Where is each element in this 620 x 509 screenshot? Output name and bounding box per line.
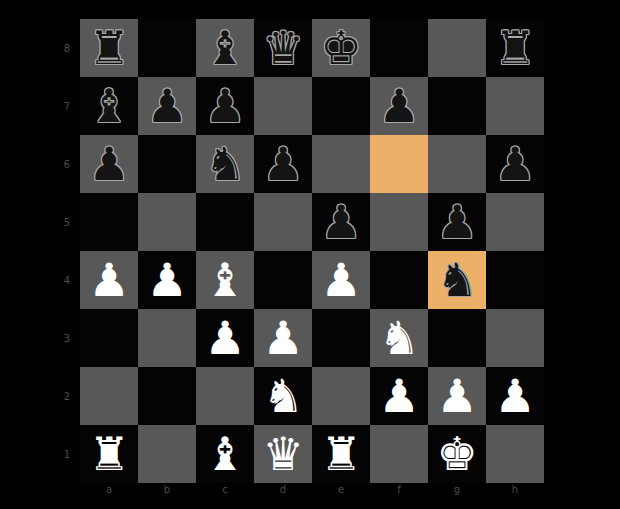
square-f1[interactable] — [370, 425, 428, 483]
square-g4[interactable]: ♞ — [428, 251, 486, 309]
black-bishop-icon[interactable]: ♝ — [88, 77, 129, 135]
square-d3[interactable]: ♟ — [254, 309, 312, 367]
square-d8[interactable]: ♛ — [254, 19, 312, 77]
black-pawn-icon[interactable]: ♟ — [88, 135, 129, 193]
square-a4[interactable]: ♟ — [80, 251, 138, 309]
square-e7[interactable] — [312, 77, 370, 135]
square-f8[interactable] — [370, 19, 428, 77]
square-c4[interactable]: ♝ — [196, 251, 254, 309]
square-b7[interactable]: ♟ — [138, 77, 196, 135]
file-label-b: b — [138, 483, 196, 497]
square-h8[interactable]: ♜ — [486, 19, 544, 77]
file-label-d: d — [254, 483, 312, 497]
rank-label-4: 4 — [60, 275, 74, 286]
square-g7[interactable] — [428, 77, 486, 135]
rank-label-2: 2 — [60, 391, 74, 402]
black-knight-icon[interactable]: ♞ — [436, 251, 477, 309]
square-d2[interactable]: ♞ — [254, 367, 312, 425]
square-c1[interactable]: ♝ — [196, 425, 254, 483]
file-label-g: g — [428, 483, 486, 497]
square-d4[interactable] — [254, 251, 312, 309]
square-a7[interactable]: ♝ — [80, 77, 138, 135]
square-d1[interactable]: ♛ — [254, 425, 312, 483]
black-queen-icon[interactable]: ♛ — [262, 19, 303, 77]
square-a6[interactable]: ♟ — [80, 135, 138, 193]
white-pawn-icon[interactable]: ♟ — [146, 251, 187, 309]
square-g8[interactable] — [428, 19, 486, 77]
square-d6[interactable]: ♟ — [254, 135, 312, 193]
square-c6[interactable]: ♞ — [196, 135, 254, 193]
file-label-c: c — [196, 483, 254, 497]
rank-label-7: 7 — [60, 101, 74, 112]
square-d7[interactable] — [254, 77, 312, 135]
black-rook-icon[interactable]: ♜ — [88, 19, 129, 77]
white-queen-icon[interactable]: ♛ — [262, 425, 303, 483]
square-c7[interactable]: ♟ — [196, 77, 254, 135]
square-e4[interactable]: ♟ — [312, 251, 370, 309]
rank-label-5: 5 — [60, 217, 74, 228]
square-e8[interactable]: ♚ — [312, 19, 370, 77]
square-c2[interactable] — [196, 367, 254, 425]
square-d5[interactable] — [254, 193, 312, 251]
white-pawn-icon[interactable]: ♟ — [436, 367, 477, 425]
white-pawn-icon[interactable]: ♟ — [320, 251, 361, 309]
square-g1[interactable]: ♚ — [428, 425, 486, 483]
black-pawn-icon[interactable]: ♟ — [146, 77, 187, 135]
square-e1[interactable]: ♜ — [312, 425, 370, 483]
square-c8[interactable]: ♝ — [196, 19, 254, 77]
file-label-f: f — [370, 483, 428, 497]
square-e2[interactable] — [312, 367, 370, 425]
square-f3[interactable]: ♞ — [370, 309, 428, 367]
square-e6[interactable] — [312, 135, 370, 193]
square-e5[interactable]: ♟ — [312, 193, 370, 251]
white-pawn-icon[interactable]: ♟ — [88, 251, 129, 309]
square-a2[interactable] — [80, 367, 138, 425]
square-f6[interactable] — [370, 135, 428, 193]
black-king-icon[interactable]: ♚ — [320, 19, 361, 77]
square-h3[interactable] — [486, 309, 544, 367]
white-pawn-icon[interactable]: ♟ — [262, 309, 303, 367]
square-f2[interactable]: ♟ — [370, 367, 428, 425]
square-g6[interactable] — [428, 135, 486, 193]
black-pawn-icon[interactable]: ♟ — [204, 77, 245, 135]
square-g3[interactable] — [428, 309, 486, 367]
black-knight-icon[interactable]: ♞ — [204, 135, 245, 193]
black-pawn-icon[interactable]: ♟ — [262, 135, 303, 193]
white-rook-icon[interactable]: ♜ — [88, 425, 129, 483]
white-king-icon[interactable]: ♚ — [436, 425, 477, 483]
rank-label-1: 1 — [60, 449, 74, 460]
black-pawn-icon[interactable]: ♟ — [436, 193, 477, 251]
square-c5[interactable] — [196, 193, 254, 251]
chess-board: ♜♝♛♚♜♝♟♟♟♟♞♟♟♟♟♟♟♝♟♞♟♟♞♞♟♟♟♜♝♛♜♚ — [80, 19, 544, 483]
square-a5[interactable] — [80, 193, 138, 251]
square-b6[interactable] — [138, 135, 196, 193]
white-pawn-icon[interactable]: ♟ — [204, 309, 245, 367]
white-bishop-icon[interactable]: ♝ — [204, 251, 245, 309]
rank-label-3: 3 — [60, 333, 74, 344]
square-f7[interactable]: ♟ — [370, 77, 428, 135]
square-f5[interactable] — [370, 193, 428, 251]
square-a3[interactable] — [80, 309, 138, 367]
rank-label-6: 6 — [60, 159, 74, 170]
square-a8[interactable]: ♜ — [80, 19, 138, 77]
square-a1[interactable]: ♜ — [80, 425, 138, 483]
square-f4[interactable] — [370, 251, 428, 309]
square-e3[interactable] — [312, 309, 370, 367]
square-b4[interactable]: ♟ — [138, 251, 196, 309]
black-pawn-icon[interactable]: ♟ — [378, 77, 419, 135]
square-b2[interactable] — [138, 367, 196, 425]
square-h2[interactable]: ♟ — [486, 367, 544, 425]
white-pawn-icon[interactable]: ♟ — [494, 367, 535, 425]
black-pawn-icon[interactable]: ♟ — [320, 193, 361, 251]
square-g2[interactable]: ♟ — [428, 367, 486, 425]
square-b1[interactable] — [138, 425, 196, 483]
square-h7[interactable] — [486, 77, 544, 135]
square-b5[interactable] — [138, 193, 196, 251]
file-label-e: e — [312, 483, 370, 497]
white-rook-icon[interactable]: ♜ — [320, 425, 361, 483]
square-h1[interactable] — [486, 425, 544, 483]
square-b8[interactable] — [138, 19, 196, 77]
square-g5[interactable]: ♟ — [428, 193, 486, 251]
square-h5[interactable] — [486, 193, 544, 251]
square-c3[interactable]: ♟ — [196, 309, 254, 367]
chess-app-background: ♜♝♛♚♜♝♟♟♟♟♞♟♟♟♟♟♟♝♟♞♟♟♞♞♟♟♟♜♝♛♜♚ 8765432… — [0, 0, 620, 509]
square-h4[interactable] — [486, 251, 544, 309]
white-bishop-icon[interactable]: ♝ — [204, 425, 245, 483]
rank-label-8: 8 — [60, 43, 74, 54]
white-knight-icon[interactable]: ♞ — [262, 367, 303, 425]
square-h6[interactable]: ♟ — [486, 135, 544, 193]
black-bishop-icon[interactable]: ♝ — [204, 19, 245, 77]
square-b3[interactable] — [138, 309, 196, 367]
file-label-h: h — [486, 483, 544, 497]
file-label-a: a — [80, 483, 138, 497]
black-pawn-icon[interactable]: ♟ — [494, 135, 535, 193]
white-pawn-icon[interactable]: ♟ — [378, 367, 419, 425]
white-knight-icon[interactable]: ♞ — [378, 309, 419, 367]
black-rook-icon[interactable]: ♜ — [494, 19, 535, 77]
